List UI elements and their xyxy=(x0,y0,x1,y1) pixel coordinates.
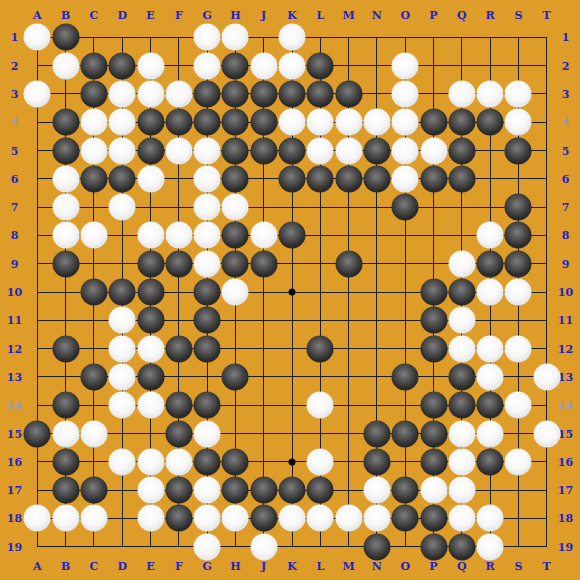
white-stone-Q18[interactable] xyxy=(448,505,475,532)
white-stone-Q3[interactable] xyxy=(448,80,475,107)
white-stone-S4[interactable] xyxy=(505,109,532,136)
column-label-bottom: S xyxy=(514,560,522,571)
white-stone-S12[interactable] xyxy=(505,335,532,362)
black-stone-E5[interactable] xyxy=(137,137,164,164)
white-stone-N17[interactable] xyxy=(363,477,390,504)
white-stone-A18[interactable] xyxy=(24,505,51,532)
white-stone-E8[interactable] xyxy=(137,222,164,249)
black-stone-R16[interactable] xyxy=(477,448,504,475)
white-stone-R8[interactable] xyxy=(477,222,504,249)
white-stone-D12[interactable] xyxy=(109,335,136,362)
column-label-top: M xyxy=(343,9,355,20)
black-stone-F4[interactable] xyxy=(165,109,192,136)
white-stone-T15[interactable] xyxy=(533,420,560,447)
column-label-top: D xyxy=(117,9,127,20)
black-stone-S5[interactable] xyxy=(505,137,532,164)
white-stone-Q9[interactable] xyxy=(448,250,475,277)
black-stone-G16[interactable] xyxy=(194,448,221,475)
black-stone-L2[interactable] xyxy=(307,52,334,79)
column-label-top: T xyxy=(543,9,551,20)
column-label-bottom: G xyxy=(202,560,211,571)
black-stone-R9[interactable] xyxy=(477,250,504,277)
row-label-right: 9 xyxy=(562,258,570,269)
black-stone-M6[interactable] xyxy=(335,165,362,192)
white-stone-K1[interactable] xyxy=(279,24,306,51)
white-stone-G9[interactable] xyxy=(194,250,221,277)
row-label-left: 3 xyxy=(11,88,19,99)
black-stone-E9[interactable] xyxy=(137,250,164,277)
column-label-top: P xyxy=(429,9,437,20)
row-label-left: 1 xyxy=(11,32,19,43)
white-stone-K18[interactable] xyxy=(279,505,306,532)
black-stone-S7[interactable] xyxy=(505,194,532,221)
white-stone-H7[interactable] xyxy=(222,194,249,221)
black-stone-Q10[interactable] xyxy=(448,279,475,306)
black-stone-C10[interactable] xyxy=(80,279,107,306)
black-stone-G11[interactable] xyxy=(194,307,221,334)
black-stone-P16[interactable] xyxy=(420,448,447,475)
black-stone-S9[interactable] xyxy=(505,250,532,277)
column-label-bottom: F xyxy=(175,560,183,571)
black-stone-Q4[interactable] xyxy=(448,109,475,136)
white-stone-E14[interactable] xyxy=(137,392,164,419)
black-stone-Q6[interactable] xyxy=(448,165,475,192)
black-stone-N5[interactable] xyxy=(363,137,390,164)
black-stone-B1[interactable] xyxy=(52,24,79,51)
black-stone-E13[interactable] xyxy=(137,363,164,390)
white-stone-G8[interactable] xyxy=(194,222,221,249)
column-label-bottom: A xyxy=(33,560,42,571)
star-point xyxy=(289,289,296,296)
black-stone-N15[interactable] xyxy=(363,420,390,447)
black-stone-B14[interactable] xyxy=(52,392,79,419)
black-stone-B17[interactable] xyxy=(52,477,79,504)
black-stone-H4[interactable] xyxy=(222,109,249,136)
white-stone-G19[interactable] xyxy=(194,533,221,560)
white-stone-B2[interactable] xyxy=(52,52,79,79)
white-stone-B15[interactable] xyxy=(52,420,79,447)
black-stone-P12[interactable] xyxy=(420,335,447,362)
black-stone-Q13[interactable] xyxy=(448,363,475,390)
white-stone-J8[interactable] xyxy=(250,222,277,249)
black-stone-P14[interactable] xyxy=(420,392,447,419)
black-stone-J4[interactable] xyxy=(250,109,277,136)
white-stone-H18[interactable] xyxy=(222,505,249,532)
white-stone-O5[interactable] xyxy=(392,137,419,164)
column-label-top: Q xyxy=(457,9,467,20)
white-stone-R18[interactable] xyxy=(477,505,504,532)
black-stone-H17[interactable] xyxy=(222,477,249,504)
black-stone-O7[interactable] xyxy=(392,194,419,221)
column-label-top: K xyxy=(287,9,297,20)
white-stone-H10[interactable] xyxy=(222,279,249,306)
white-stone-G18[interactable] xyxy=(194,505,221,532)
row-label-right: 1 xyxy=(562,32,570,43)
white-stone-R12[interactable] xyxy=(477,335,504,362)
black-stone-B5[interactable] xyxy=(52,137,79,164)
row-label-right: 14 xyxy=(558,400,573,411)
black-stone-O13[interactable] xyxy=(392,363,419,390)
white-stone-B8[interactable] xyxy=(52,222,79,249)
black-stone-L3[interactable] xyxy=(307,80,334,107)
white-stone-Q12[interactable] xyxy=(448,335,475,362)
white-stone-R10[interactable] xyxy=(477,279,504,306)
white-stone-F5[interactable] xyxy=(165,137,192,164)
white-stone-J19[interactable] xyxy=(250,533,277,560)
black-stone-H3[interactable] xyxy=(222,80,249,107)
row-label-left: 9 xyxy=(11,258,19,269)
white-stone-Q16[interactable] xyxy=(448,448,475,475)
black-stone-B16[interactable] xyxy=(52,448,79,475)
row-label-right: 5 xyxy=(562,145,570,156)
white-stone-C5[interactable] xyxy=(80,137,107,164)
row-label-left: 8 xyxy=(11,230,19,241)
white-stone-G6[interactable] xyxy=(194,165,221,192)
row-label-right: 4 xyxy=(562,117,570,128)
black-stone-P4[interactable] xyxy=(420,109,447,136)
white-stone-G5[interactable] xyxy=(194,137,221,164)
white-stone-D5[interactable] xyxy=(109,137,136,164)
black-stone-H8[interactable] xyxy=(222,222,249,249)
row-label-right: 6 xyxy=(562,173,570,184)
column-label-top: C xyxy=(90,9,99,20)
black-stone-O18[interactable] xyxy=(392,505,419,532)
row-label-right: 3 xyxy=(562,88,570,99)
white-stone-D14[interactable] xyxy=(109,392,136,419)
column-label-top: F xyxy=(175,9,183,20)
column-label-top: R xyxy=(486,9,495,20)
white-stone-G7[interactable] xyxy=(194,194,221,221)
white-stone-O3[interactable] xyxy=(392,80,419,107)
white-stone-M18[interactable] xyxy=(335,505,362,532)
black-stone-P10[interactable] xyxy=(420,279,447,306)
black-stone-Q14[interactable] xyxy=(448,392,475,419)
row-label-left: 17 xyxy=(7,485,22,496)
white-stone-K4[interactable] xyxy=(279,109,306,136)
row-label-left: 6 xyxy=(11,173,19,184)
white-stone-D3[interactable] xyxy=(109,80,136,107)
white-stone-E18[interactable] xyxy=(137,505,164,532)
column-label-bottom: D xyxy=(117,560,127,571)
black-stone-N16[interactable] xyxy=(363,448,390,475)
white-stone-D16[interactable] xyxy=(109,448,136,475)
black-stone-K6[interactable] xyxy=(279,165,306,192)
white-stone-A1[interactable] xyxy=(24,24,51,51)
white-stone-H1[interactable] xyxy=(222,24,249,51)
white-stone-G2[interactable] xyxy=(194,52,221,79)
row-label-left: 4 xyxy=(11,117,19,128)
column-label-top: G xyxy=(202,9,211,20)
row-label-right: 2 xyxy=(562,60,570,71)
black-stone-C13[interactable] xyxy=(80,363,107,390)
white-stone-N18[interactable] xyxy=(363,505,390,532)
column-label-top: A xyxy=(33,9,42,20)
black-stone-J17[interactable] xyxy=(250,477,277,504)
black-stone-C6[interactable] xyxy=(80,165,107,192)
black-stone-H16[interactable] xyxy=(222,448,249,475)
black-stone-B12[interactable] xyxy=(52,335,79,362)
black-stone-D6[interactable] xyxy=(109,165,136,192)
column-label-top: S xyxy=(514,9,522,20)
row-label-left: 13 xyxy=(7,371,22,382)
white-stone-S16[interactable] xyxy=(505,448,532,475)
column-label-top: J xyxy=(261,9,266,20)
white-stone-D11[interactable] xyxy=(109,307,136,334)
column-label-bottom: M xyxy=(343,560,355,571)
black-stone-K3[interactable] xyxy=(279,80,306,107)
black-stone-C17[interactable] xyxy=(80,477,107,504)
black-stone-P6[interactable] xyxy=(420,165,447,192)
row-label-right: 11 xyxy=(558,315,573,326)
white-stone-S3[interactable] xyxy=(505,80,532,107)
black-stone-H5[interactable] xyxy=(222,137,249,164)
column-label-bottom: H xyxy=(230,560,240,571)
row-label-left: 7 xyxy=(11,202,19,213)
white-stone-R15[interactable] xyxy=(477,420,504,447)
white-stone-P17[interactable] xyxy=(420,477,447,504)
white-stone-D13[interactable] xyxy=(109,363,136,390)
go-board: AABBCCDDEEFFGGHHJJKKLLMMNNOOPPQQRRSSTT11… xyxy=(0,0,580,580)
black-stone-J3[interactable] xyxy=(250,80,277,107)
row-label-left: 11 xyxy=(7,315,22,326)
column-label-bottom: T xyxy=(543,560,551,571)
black-stone-E10[interactable] xyxy=(137,279,164,306)
white-stone-G17[interactable] xyxy=(194,477,221,504)
black-stone-H6[interactable] xyxy=(222,165,249,192)
row-label-right: 16 xyxy=(558,456,573,467)
black-stone-A15[interactable] xyxy=(24,420,51,447)
white-stone-D7[interactable] xyxy=(109,194,136,221)
white-stone-G1[interactable] xyxy=(194,24,221,51)
white-stone-E2[interactable] xyxy=(137,52,164,79)
black-stone-L6[interactable] xyxy=(307,165,334,192)
column-label-bottom: R xyxy=(486,560,495,571)
white-stone-Q11[interactable] xyxy=(448,307,475,334)
black-stone-R14[interactable] xyxy=(477,392,504,419)
black-stone-D2[interactable] xyxy=(109,52,136,79)
white-stone-G15[interactable] xyxy=(194,420,221,447)
black-stone-J5[interactable] xyxy=(250,137,277,164)
black-stone-L17[interactable] xyxy=(307,477,334,504)
black-stone-Q19[interactable] xyxy=(448,533,475,560)
black-stone-G4[interactable] xyxy=(194,109,221,136)
black-stone-F17[interactable] xyxy=(165,477,192,504)
black-stone-O17[interactable] xyxy=(392,477,419,504)
white-stone-O4[interactable] xyxy=(392,109,419,136)
row-label-left: 10 xyxy=(7,287,22,298)
column-label-bottom: L xyxy=(316,560,324,571)
row-label-left: 14 xyxy=(7,400,22,411)
black-stone-O15[interactable] xyxy=(392,420,419,447)
black-stone-P11[interactable] xyxy=(420,307,447,334)
white-stone-Q17[interactable] xyxy=(448,477,475,504)
black-stone-G14[interactable] xyxy=(194,392,221,419)
black-stone-P19[interactable] xyxy=(420,533,447,560)
black-stone-N6[interactable] xyxy=(363,165,390,192)
row-label-left: 12 xyxy=(7,343,22,354)
white-stone-P5[interactable] xyxy=(420,137,447,164)
white-stone-L16[interactable] xyxy=(307,448,334,475)
black-stone-N19[interactable] xyxy=(363,533,390,560)
row-label-right: 19 xyxy=(558,541,573,552)
column-label-top: H xyxy=(230,9,240,20)
black-stone-C3[interactable] xyxy=(80,80,107,107)
white-stone-E6[interactable] xyxy=(137,165,164,192)
black-stone-G12[interactable] xyxy=(194,335,221,362)
row-label-right: 17 xyxy=(558,485,573,496)
white-stone-O2[interactable] xyxy=(392,52,419,79)
grid-line-vertical xyxy=(546,37,547,547)
black-stone-D10[interactable] xyxy=(109,279,136,306)
white-stone-L4[interactable] xyxy=(307,109,334,136)
white-stone-B18[interactable] xyxy=(52,505,79,532)
black-stone-F18[interactable] xyxy=(165,505,192,532)
column-label-bottom: K xyxy=(287,560,297,571)
white-stone-B7[interactable] xyxy=(52,194,79,221)
column-label-top: N xyxy=(372,9,382,20)
black-stone-Q5[interactable] xyxy=(448,137,475,164)
black-stone-F12[interactable] xyxy=(165,335,192,362)
white-stone-K2[interactable] xyxy=(279,52,306,79)
column-label-bottom: N xyxy=(372,560,382,571)
column-label-bottom: B xyxy=(61,560,70,571)
white-stone-E16[interactable] xyxy=(137,448,164,475)
column-label-bottom: Q xyxy=(457,560,467,571)
white-stone-N4[interactable] xyxy=(363,109,390,136)
row-label-right: 18 xyxy=(558,513,573,524)
white-stone-F3[interactable] xyxy=(165,80,192,107)
row-label-left: 2 xyxy=(11,60,19,71)
black-stone-J18[interactable] xyxy=(250,505,277,532)
black-stone-B9[interactable] xyxy=(52,250,79,277)
white-stone-M4[interactable] xyxy=(335,109,362,136)
white-stone-S14[interactable] xyxy=(505,392,532,419)
black-stone-M3[interactable] xyxy=(335,80,362,107)
white-stone-J2[interactable] xyxy=(250,52,277,79)
black-stone-E11[interactable] xyxy=(137,307,164,334)
black-stone-P15[interactable] xyxy=(420,420,447,447)
black-stone-G10[interactable] xyxy=(194,279,221,306)
black-stone-E4[interactable] xyxy=(137,109,164,136)
white-stone-Q15[interactable] xyxy=(448,420,475,447)
row-label-right: 8 xyxy=(562,230,570,241)
black-stone-B4[interactable] xyxy=(52,109,79,136)
black-stone-F14[interactable] xyxy=(165,392,192,419)
row-label-left: 19 xyxy=(7,541,22,552)
black-stone-L12[interactable] xyxy=(307,335,334,362)
black-stone-M9[interactable] xyxy=(335,250,362,277)
black-stone-G3[interactable] xyxy=(194,80,221,107)
white-stone-L5[interactable] xyxy=(307,137,334,164)
black-stone-S8[interactable] xyxy=(505,222,532,249)
column-label-top: O xyxy=(400,9,410,20)
white-stone-E3[interactable] xyxy=(137,80,164,107)
column-label-top: L xyxy=(316,9,324,20)
white-stone-O6[interactable] xyxy=(392,165,419,192)
white-stone-F16[interactable] xyxy=(165,448,192,475)
white-stone-R19[interactable] xyxy=(477,533,504,560)
white-stone-L14[interactable] xyxy=(307,392,334,419)
white-stone-R13[interactable] xyxy=(477,363,504,390)
white-stone-T13[interactable] xyxy=(533,363,560,390)
black-stone-P18[interactable] xyxy=(420,505,447,532)
row-label-left: 5 xyxy=(11,145,19,156)
white-stone-F8[interactable] xyxy=(165,222,192,249)
row-label-left: 16 xyxy=(7,456,22,467)
white-stone-D4[interactable] xyxy=(109,109,136,136)
row-label-right: 10 xyxy=(558,287,573,298)
row-label-right: 12 xyxy=(558,343,573,354)
black-stone-K8[interactable] xyxy=(279,222,306,249)
row-label-left: 15 xyxy=(7,428,22,439)
column-label-bottom: J xyxy=(261,560,266,571)
black-stone-H13[interactable] xyxy=(222,363,249,390)
row-label-right: 7 xyxy=(562,202,570,213)
white-stone-C18[interactable] xyxy=(80,505,107,532)
white-stone-C15[interactable] xyxy=(80,420,107,447)
column-label-bottom: P xyxy=(429,560,437,571)
star-point xyxy=(289,458,296,465)
black-stone-F9[interactable] xyxy=(165,250,192,277)
column-label-top: E xyxy=(146,9,154,20)
black-stone-K17[interactable] xyxy=(279,477,306,504)
black-stone-H9[interactable] xyxy=(222,250,249,277)
column-label-bottom: E xyxy=(146,560,154,571)
white-stone-M5[interactable] xyxy=(335,137,362,164)
white-stone-C4[interactable] xyxy=(80,109,107,136)
white-stone-B6[interactable] xyxy=(52,165,79,192)
row-label-left: 18 xyxy=(7,513,22,524)
black-stone-F15[interactable] xyxy=(165,420,192,447)
black-stone-J9[interactable] xyxy=(250,250,277,277)
white-stone-E12[interactable] xyxy=(137,335,164,362)
column-label-top: B xyxy=(61,9,70,20)
black-stone-H2[interactable] xyxy=(222,52,249,79)
white-stone-R3[interactable] xyxy=(477,80,504,107)
column-label-bottom: O xyxy=(400,560,410,571)
black-stone-C2[interactable] xyxy=(80,52,107,79)
black-stone-R4[interactable] xyxy=(477,109,504,136)
black-stone-K5[interactable] xyxy=(279,137,306,164)
white-stone-E17[interactable] xyxy=(137,477,164,504)
white-stone-L18[interactable] xyxy=(307,505,334,532)
white-stone-A3[interactable] xyxy=(24,80,51,107)
column-label-bottom: C xyxy=(90,560,99,571)
white-stone-C8[interactable] xyxy=(80,222,107,249)
white-stone-S10[interactable] xyxy=(505,279,532,306)
